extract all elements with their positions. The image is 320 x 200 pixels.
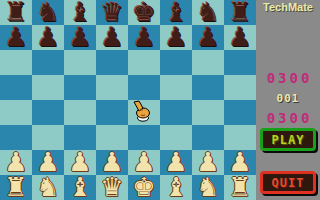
square-f5[interactable] (160, 75, 192, 100)
square-f1[interactable]: ♝ (160, 175, 192, 200)
white-bishop[interactable]: ♝ (164, 175, 187, 200)
move-counter: 001 (256, 92, 320, 105)
square-c1[interactable]: ♝ (64, 175, 96, 200)
square-h6[interactable] (224, 50, 256, 75)
quit-button-label: QUIT (272, 176, 305, 190)
white-queen[interactable]: ♛ (100, 175, 123, 200)
black-pawn[interactable]: ♟ (4, 25, 27, 50)
square-h5[interactable] (224, 75, 256, 100)
square-b1[interactable]: ♞ (32, 175, 64, 200)
square-e5[interactable] (128, 75, 160, 100)
square-c5[interactable] (64, 75, 96, 100)
white-bishop[interactable]: ♝ (68, 175, 91, 200)
square-a6[interactable] (0, 50, 32, 75)
square-g4[interactable] (192, 100, 224, 125)
square-b4[interactable] (32, 100, 64, 125)
black-pawn[interactable]: ♟ (196, 25, 219, 50)
white-clock: 0300 (256, 110, 320, 126)
white-king[interactable]: ♚ (132, 175, 155, 200)
black-pawn[interactable]: ♟ (100, 25, 123, 50)
square-c7[interactable]: ♟ (64, 25, 96, 50)
square-d7[interactable]: ♟ (96, 25, 128, 50)
black-pawn[interactable]: ♟ (68, 25, 91, 50)
square-e4[interactable] (128, 100, 160, 125)
square-g7[interactable]: ♟ (192, 25, 224, 50)
square-b7[interactable]: ♟ (32, 25, 64, 50)
square-h7[interactable]: ♟ (224, 25, 256, 50)
game-screen: ♜♞♝♛♚♝♞♜♟♟♟♟♟♟♟♟♟♟♟♟♟♟♟♟♜♞♝♛♚♝♞♜ TechMat… (0, 0, 320, 200)
white-rook[interactable]: ♜ (4, 175, 27, 200)
square-g6[interactable] (192, 50, 224, 75)
square-g1[interactable]: ♞ (192, 175, 224, 200)
black-pawn[interactable]: ♟ (132, 25, 155, 50)
white-knight[interactable]: ♞ (36, 175, 59, 200)
black-pawn[interactable]: ♟ (228, 25, 251, 50)
white-knight[interactable]: ♞ (196, 175, 219, 200)
quit-button[interactable]: QUIT (260, 171, 316, 194)
square-d4[interactable] (96, 100, 128, 125)
square-h1[interactable]: ♜ (224, 175, 256, 200)
play-button-label: PLAY (272, 133, 305, 147)
play-button[interactable]: PLAY (260, 128, 316, 151)
square-d5[interactable] (96, 75, 128, 100)
square-d1[interactable]: ♛ (96, 175, 128, 200)
white-rook[interactable]: ♜ (228, 175, 251, 200)
black-pawn[interactable]: ♟ (36, 25, 59, 50)
square-a4[interactable] (0, 100, 32, 125)
square-a1[interactable]: ♜ (0, 175, 32, 200)
app-title: TechMate (256, 1, 320, 13)
black-clock: 0300 (256, 70, 320, 86)
square-f7[interactable]: ♟ (160, 25, 192, 50)
square-e1[interactable]: ♚ (128, 175, 160, 200)
square-c4[interactable] (64, 100, 96, 125)
square-f6[interactable] (160, 50, 192, 75)
sidebar: TechMate 0300 001 0300 PLAY QUIT (256, 0, 320, 200)
square-g5[interactable] (192, 75, 224, 100)
square-d6[interactable] (96, 50, 128, 75)
square-b5[interactable] (32, 75, 64, 100)
square-a7[interactable]: ♟ (0, 25, 32, 50)
square-h4[interactable] (224, 100, 256, 125)
chess-board: ♜♞♝♛♚♝♞♜♟♟♟♟♟♟♟♟♟♟♟♟♟♟♟♟♜♞♝♛♚♝♞♜ (0, 0, 256, 200)
square-e7[interactable]: ♟ (128, 25, 160, 50)
square-a5[interactable] (0, 75, 32, 100)
square-e6[interactable] (128, 50, 160, 75)
black-pawn[interactable]: ♟ (164, 25, 187, 50)
square-c6[interactable] (64, 50, 96, 75)
square-b6[interactable] (32, 50, 64, 75)
square-f4[interactable] (160, 100, 192, 125)
